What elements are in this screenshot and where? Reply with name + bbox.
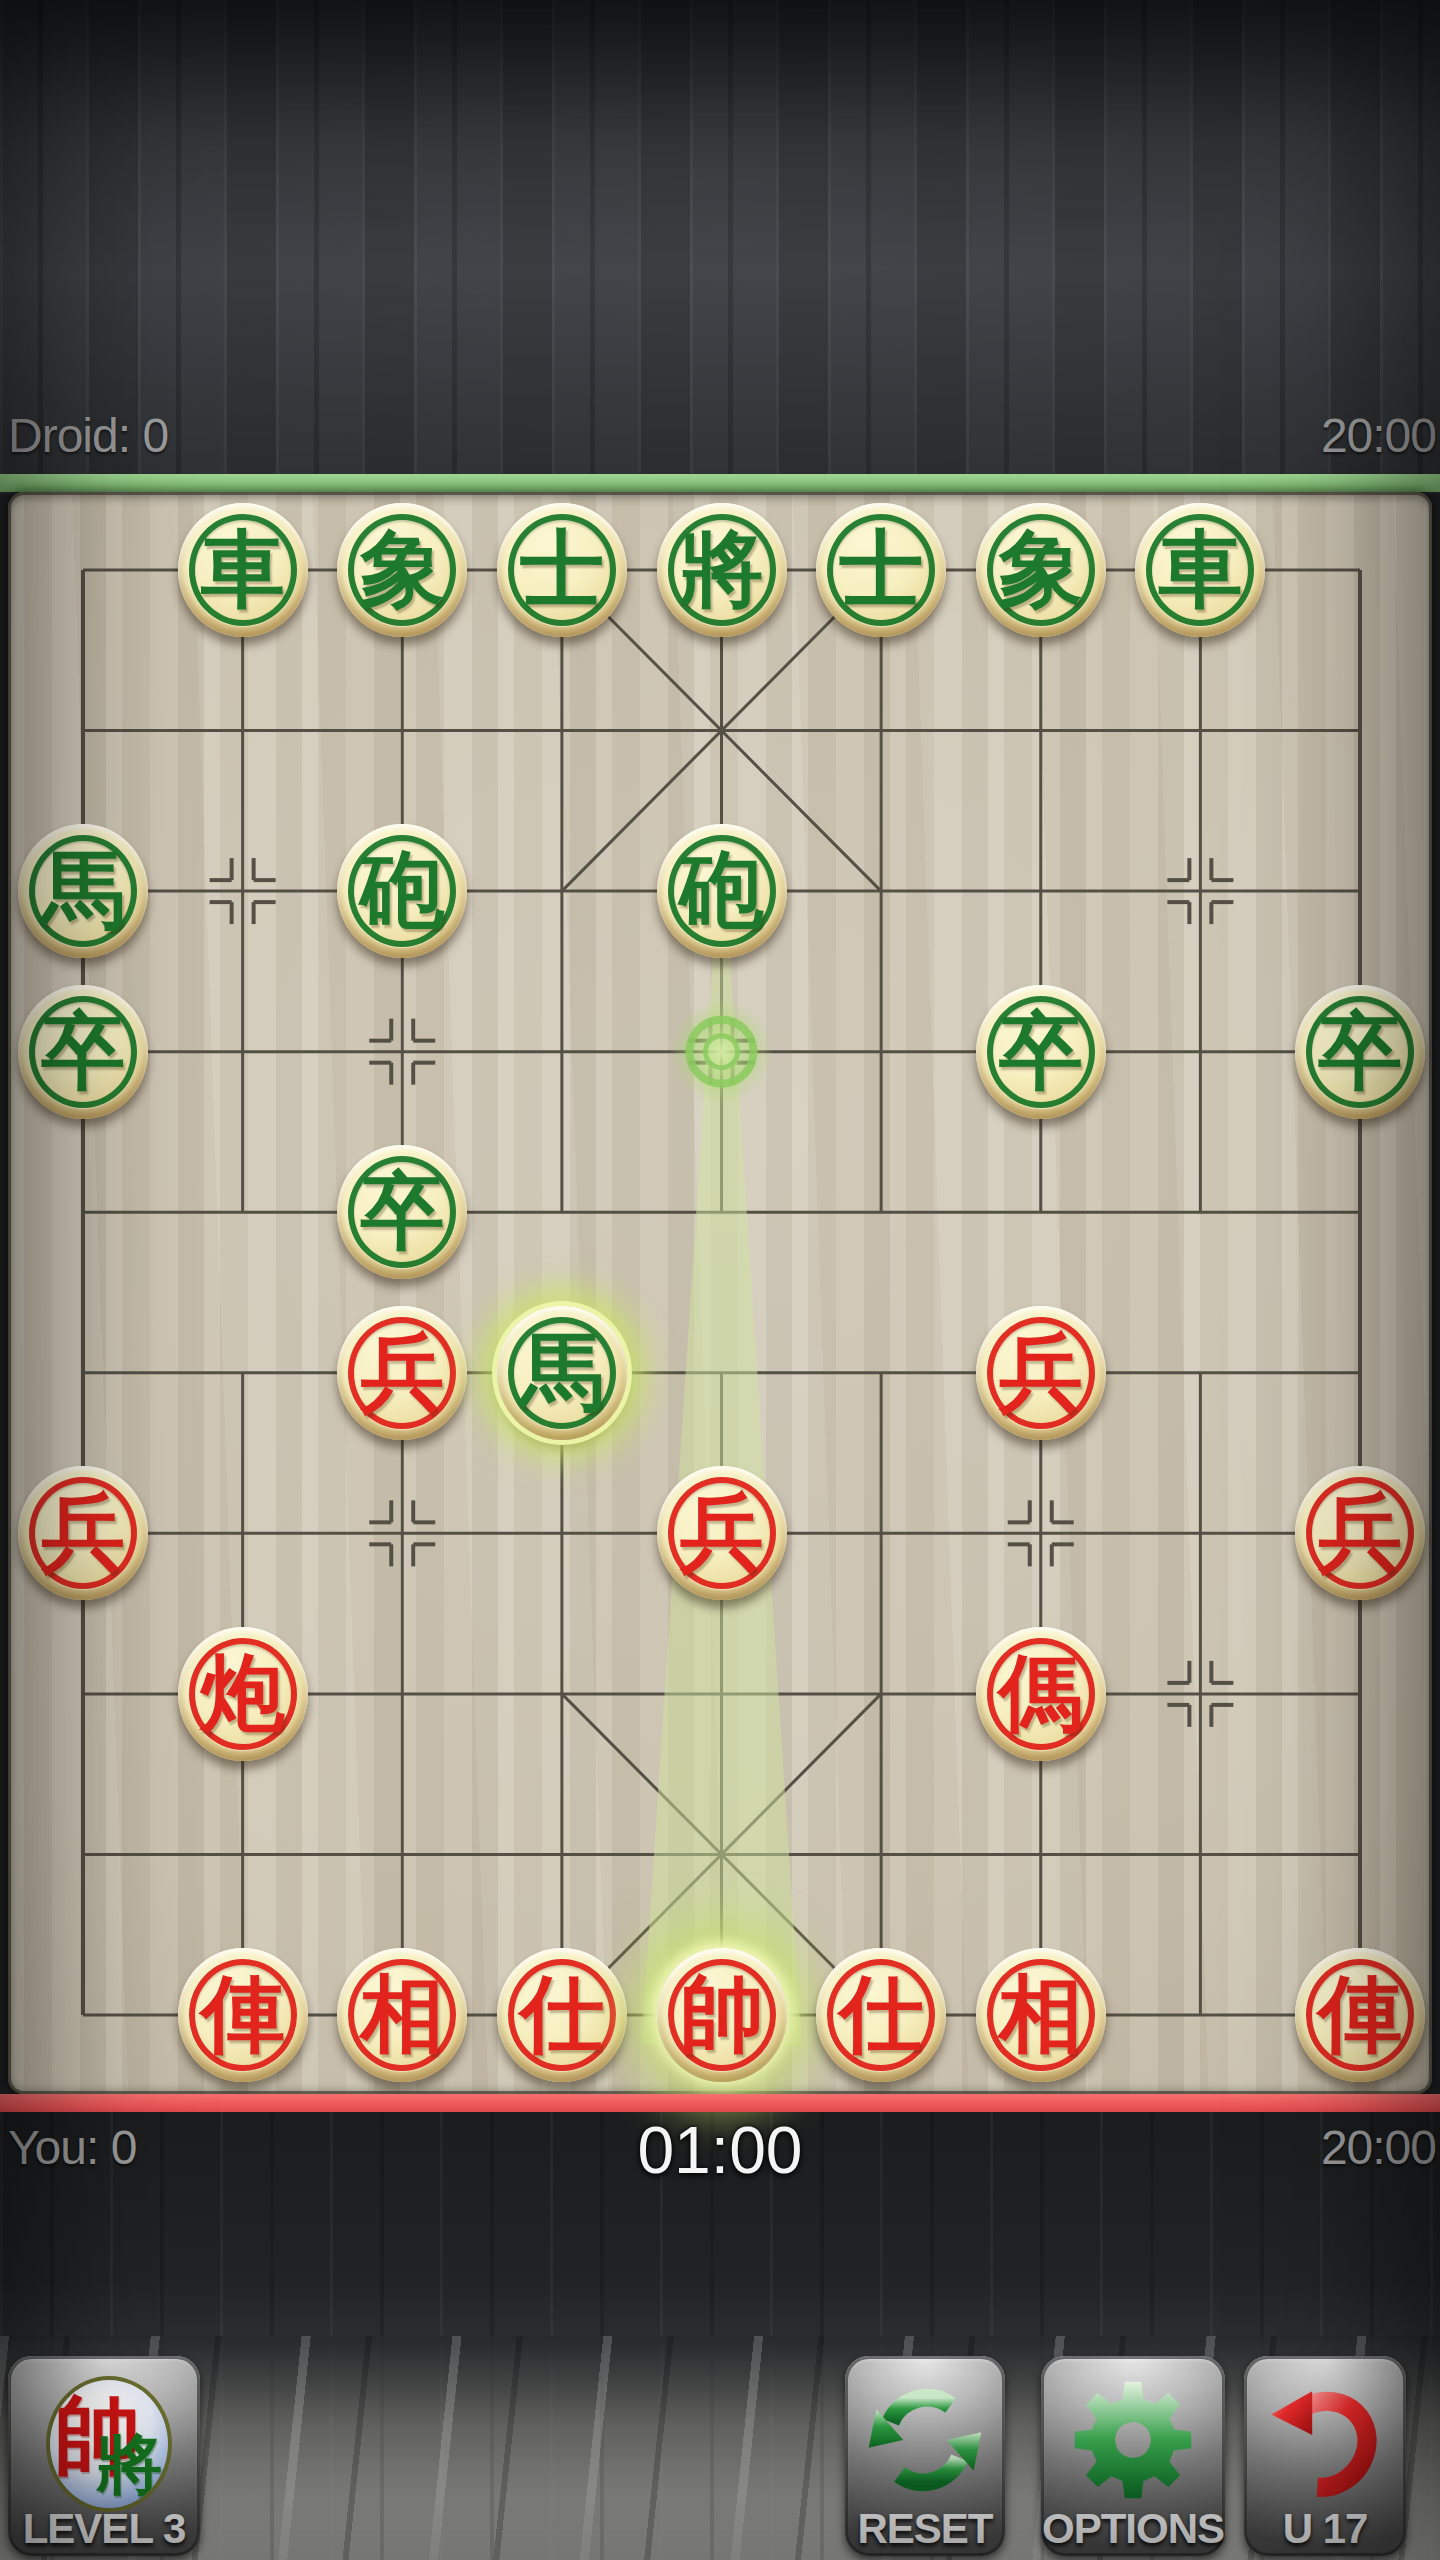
piece-black-卒[interactable]: 卒 (1295, 985, 1425, 1119)
piece-red-炮[interactable]: 炮 (178, 1627, 308, 1761)
piece-black-馬[interactable]: 馬 (18, 824, 148, 958)
piece-character: 帥 (680, 1973, 764, 2057)
level-button[interactable]: 帥 將 LEVEL 3 (8, 2356, 200, 2556)
piece-red-俥[interactable]: 俥 (1295, 1948, 1425, 2082)
options-button[interactable]: OPTIONS (1041, 2356, 1225, 2556)
level-icon-black-general: 將 (96, 2420, 162, 2510)
piece-character: 馬 (520, 1331, 604, 1415)
player-total-clock: 20:00 (1321, 2120, 1436, 2175)
piece-red-兵[interactable]: 兵 (976, 1306, 1106, 1440)
piece-black-砲[interactable]: 砲 (657, 824, 787, 958)
options-gear-icon (1069, 2376, 1197, 2504)
piece-character: 卒 (41, 1010, 125, 1094)
piece-character: 傌 (999, 1652, 1083, 1736)
level-button-label: LEVEL 3 (23, 2506, 186, 2552)
player-score-label: You: 0 (8, 2120, 136, 2175)
reset-refresh-icon (861, 2376, 989, 2504)
piece-red-相[interactable]: 相 (337, 1948, 467, 2082)
piece-red-兵[interactable]: 兵 (657, 1466, 787, 1600)
piece-black-將[interactable]: 將 (657, 503, 787, 637)
player-time-bar (0, 2094, 1440, 2112)
piece-black-卒[interactable]: 卒 (976, 985, 1106, 1119)
move-timer: 01:00 (0, 2112, 1440, 2188)
piece-red-傌[interactable]: 傌 (976, 1627, 1106, 1761)
piece-character: 兵 (41, 1491, 125, 1575)
piece-black-砲[interactable]: 砲 (337, 824, 467, 958)
piece-character: 馬 (41, 849, 125, 933)
piece-character: 卒 (360, 1170, 444, 1254)
piece-character: 卒 (1318, 1010, 1402, 1094)
piece-black-卒[interactable]: 卒 (337, 1145, 467, 1279)
piece-character: 相 (999, 1973, 1083, 2057)
piece-black-象[interactable]: 象 (337, 503, 467, 637)
piece-character: 兵 (1318, 1491, 1402, 1575)
piece-character: 仕 (839, 1973, 923, 2057)
piece-character: 炮 (201, 1652, 285, 1736)
piece-character: 士 (520, 528, 604, 612)
piece-red-俥[interactable]: 俥 (178, 1948, 308, 2082)
piece-red-兵[interactable]: 兵 (337, 1306, 467, 1440)
piece-character: 卒 (999, 1010, 1083, 1094)
piece-character: 車 (1158, 528, 1242, 612)
reset-button[interactable]: RESET (845, 2356, 1005, 2556)
piece-red-仕[interactable]: 仕 (497, 1948, 627, 2082)
piece-red-帥[interactable]: 帥 (657, 1948, 787, 2082)
piece-character: 砲 (360, 849, 444, 933)
piece-red-仕[interactable]: 仕 (816, 1948, 946, 2082)
piece-black-車[interactable]: 車 (178, 503, 308, 637)
piece-red-兵[interactable]: 兵 (1295, 1466, 1425, 1600)
undo-arrow-icon (1261, 2376, 1389, 2504)
undo-button-label: U 17 (1283, 2506, 1368, 2552)
piece-black-卒[interactable]: 卒 (18, 985, 148, 1119)
piece-character: 俥 (201, 1973, 285, 2057)
piece-character: 砲 (680, 849, 764, 933)
undo-button[interactable]: U 17 (1244, 2356, 1406, 2556)
piece-character: 兵 (360, 1331, 444, 1415)
piece-character: 俥 (1318, 1973, 1402, 2057)
piece-character: 兵 (999, 1331, 1083, 1415)
piece-character: 將 (680, 528, 764, 612)
piece-black-士[interactable]: 士 (497, 503, 627, 637)
piece-red-相[interactable]: 相 (976, 1948, 1106, 2082)
app-screen: Droid: 0 20:00 車象士將士象車馬砲砲卒卒卒卒兵馬兵兵兵兵炮傌俥相仕… (0, 0, 1440, 2560)
piece-character: 象 (360, 528, 444, 612)
reset-button-label: RESET (857, 2506, 992, 2552)
piece-character: 仕 (520, 1973, 604, 2057)
piece-character: 兵 (680, 1491, 764, 1575)
piece-black-馬[interactable]: 馬 (497, 1306, 627, 1440)
options-button-label: OPTIONS (1042, 2506, 1224, 2552)
level-piece-icon: 帥 將 (40, 2376, 168, 2504)
piece-character: 車 (201, 528, 285, 612)
piece-character: 相 (360, 1973, 444, 2057)
piece-character: 士 (839, 528, 923, 612)
piece-black-士[interactable]: 士 (816, 503, 946, 637)
piece-red-兵[interactable]: 兵 (18, 1466, 148, 1600)
piece-black-象[interactable]: 象 (976, 503, 1106, 637)
piece-character: 象 (999, 528, 1083, 612)
piece-black-車[interactable]: 車 (1135, 503, 1265, 637)
